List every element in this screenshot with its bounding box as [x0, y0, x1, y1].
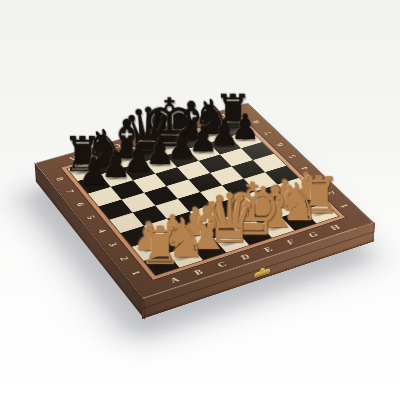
square-c1 — [191, 239, 227, 260]
square-f3 — [234, 191, 268, 211]
square-d2 — [201, 218, 236, 239]
coord-right-5: 5 — [287, 153, 298, 158]
coord-top-b: B — [90, 149, 100, 156]
coord-bottom-b: B — [193, 268, 205, 276]
scene: AABBCCDDEEFFGGHH8877665544332211 ♜♞♝♛♚♝♞… — [0, 0, 400, 400]
coord-left-7: 7 — [63, 189, 75, 194]
coord-left-5: 5 — [84, 214, 96, 220]
square-d3 — [189, 205, 224, 225]
coord-right-4: 4 — [299, 165, 310, 170]
coord-top-d: D — [133, 136, 144, 143]
square-c2 — [179, 225, 214, 246]
coord-top-f: F — [175, 124, 185, 130]
square-b1 — [167, 246, 203, 268]
coord-top-h: H — [216, 113, 227, 120]
square-a5 — [99, 200, 133, 220]
coord-top-c: C — [111, 142, 122, 149]
coord-bottom-c: C — [216, 261, 228, 269]
coord-bottom-d: D — [239, 253, 251, 261]
coord-left-8: 8 — [53, 176, 65, 181]
square-a3 — [121, 226, 156, 247]
coord-right-2: 2 — [325, 190, 337, 195]
square-b2 — [155, 232, 190, 253]
coord-bottom-h: H — [329, 224, 342, 232]
square-a4 — [110, 213, 144, 233]
coord-top-g: G — [195, 118, 206, 125]
chess-board: AABBCCDDEEFFGGHH8877665544332211 ♜♞♝♛♚♝♞… — [35, 103, 373, 298]
coord-right-7: 7 — [263, 130, 274, 135]
square-f2 — [246, 204, 281, 224]
coord-bottom-f: F — [285, 238, 296, 246]
square-g1 — [281, 210, 316, 230]
square-h1 — [303, 203, 338, 223]
coord-left-3: 3 — [106, 241, 118, 247]
coord-left-6: 6 — [74, 201, 86, 207]
photo-background: AABBCCDDEEFFGGHH8877665544332211 ♜♞♝♛♚♝♞… — [0, 0, 400, 400]
coord-top-e: E — [154, 130, 164, 136]
coord-left-2: 2 — [117, 255, 129, 261]
coord-top-a: A — [67, 155, 78, 162]
coord-right-3: 3 — [312, 177, 324, 182]
square-b4 — [133, 206, 167, 226]
square-d1 — [214, 231, 249, 252]
square-d4 — [178, 192, 212, 212]
square-c3 — [167, 212, 202, 232]
square-b3 — [144, 219, 179, 240]
square-e3 — [212, 198, 246, 218]
square-f1 — [259, 217, 294, 238]
square-b5 — [122, 193, 156, 213]
coord-bottom-a: A — [169, 276, 181, 285]
coord-bottom-g: G — [307, 231, 320, 239]
square-a1 — [144, 253, 180, 275]
coord-bottom-e: E — [262, 246, 274, 254]
square-c4 — [155, 199, 189, 219]
coord-left-4: 4 — [95, 228, 107, 234]
coord-right-6: 6 — [275, 142, 286, 147]
coord-right-8: 8 — [251, 119, 262, 124]
square-e2 — [224, 211, 259, 231]
coord-right-1: 1 — [338, 203, 350, 209]
square-e1 — [236, 224, 271, 245]
square-g2 — [268, 197, 303, 217]
square-a2 — [132, 239, 167, 260]
coord-left-1: 1 — [129, 270, 142, 276]
square-h2 — [290, 190, 325, 210]
